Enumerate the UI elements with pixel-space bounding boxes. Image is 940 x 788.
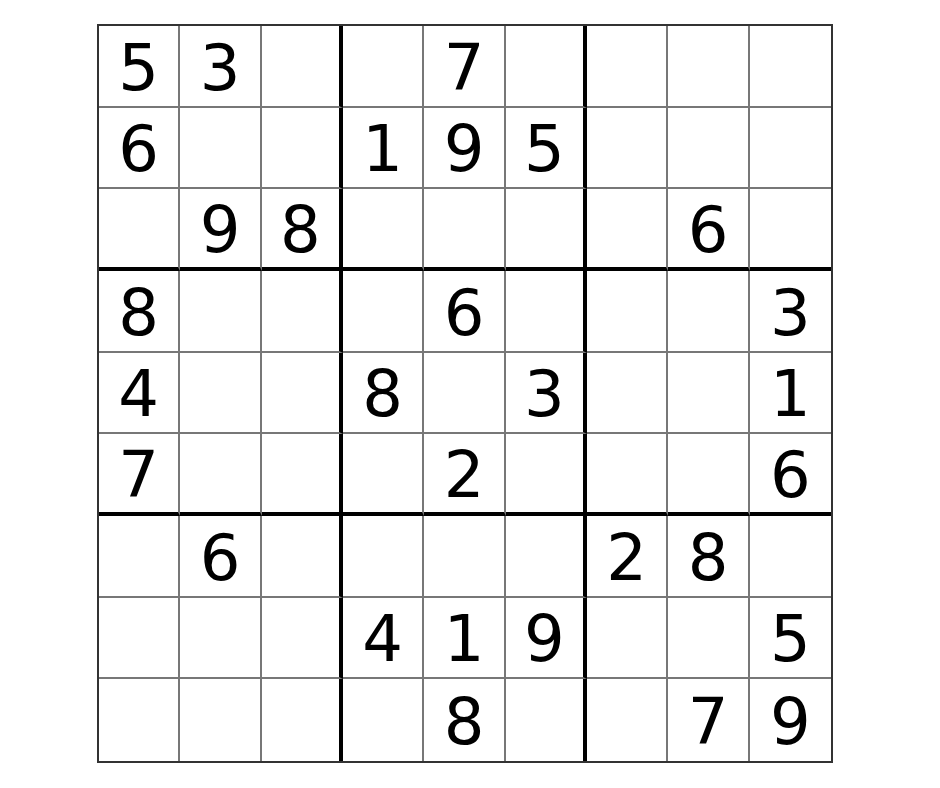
cell-r8c3-empty[interactable] [262,598,343,680]
cell-r2c8-empty[interactable] [668,108,749,190]
cell-r7c2-given-6[interactable]: 6 [180,516,261,598]
cell-r2c2-empty[interactable] [180,108,261,190]
cell-r9c4-empty[interactable] [343,679,424,761]
cell-r7c8-given-8[interactable]: 8 [668,516,749,598]
cell-r1c9-empty[interactable] [750,26,831,108]
cell-r9c6-empty[interactable] [506,679,587,761]
cell-r5c8-empty[interactable] [668,353,749,435]
cell-r3c7-empty[interactable] [587,189,668,271]
cell-r3c3-given-8[interactable]: 8 [262,189,343,271]
cell-r8c9-given-5[interactable]: 5 [750,598,831,680]
cell-r7c5-empty[interactable] [424,516,505,598]
cell-r6c3-empty[interactable] [262,434,343,516]
cell-r8c5-given-1[interactable]: 1 [424,598,505,680]
cell-r1c8-empty[interactable] [668,26,749,108]
cell-r6c1-given-7[interactable]: 7 [99,434,180,516]
cell-r8c7-empty[interactable] [587,598,668,680]
cell-r5c9-given-1[interactable]: 1 [750,353,831,435]
cell-r5c4-given-8[interactable]: 8 [343,353,424,435]
cell-r9c3-empty[interactable] [262,679,343,761]
cell-r1c5-given-7[interactable]: 7 [424,26,505,108]
cell-r7c3-empty[interactable] [262,516,343,598]
cell-r7c4-empty[interactable] [343,516,424,598]
cell-r9c9-given-9[interactable]: 9 [750,679,831,761]
cell-r1c3-empty[interactable] [262,26,343,108]
cell-r3c1-empty[interactable] [99,189,180,271]
cell-r3c4-empty[interactable] [343,189,424,271]
cell-r3c9-empty[interactable] [750,189,831,271]
cell-r8c6-given-9[interactable]: 9 [506,598,587,680]
cell-r3c2-given-9[interactable]: 9 [180,189,261,271]
cell-r4c3-empty[interactable] [262,271,343,353]
cell-r9c2-empty[interactable] [180,679,261,761]
cell-r5c3-empty[interactable] [262,353,343,435]
cell-r2c5-given-9[interactable]: 9 [424,108,505,190]
cell-r4c7-empty[interactable] [587,271,668,353]
cell-r7c1-empty[interactable] [99,516,180,598]
cell-r6c8-empty[interactable] [668,434,749,516]
cell-r2c6-given-5[interactable]: 5 [506,108,587,190]
cell-r9c7-empty[interactable] [587,679,668,761]
cell-r2c9-empty[interactable] [750,108,831,190]
cell-r7c7-given-2[interactable]: 2 [587,516,668,598]
cell-r5c5-empty[interactable] [424,353,505,435]
cell-r8c2-empty[interactable] [180,598,261,680]
cell-r4c4-empty[interactable] [343,271,424,353]
cell-r3c6-empty[interactable] [506,189,587,271]
cell-r6c5-given-2[interactable]: 2 [424,434,505,516]
cell-r9c8-given-7[interactable]: 7 [668,679,749,761]
cell-r7c9-empty[interactable] [750,516,831,598]
cell-r6c2-empty[interactable] [180,434,261,516]
cell-r9c1-empty[interactable] [99,679,180,761]
cell-r1c2-given-3[interactable]: 3 [180,26,261,108]
cell-r6c9-given-6[interactable]: 6 [750,434,831,516]
cell-r4c9-given-3[interactable]: 3 [750,271,831,353]
cell-r1c7-empty[interactable] [587,26,668,108]
cell-r6c6-empty[interactable] [506,434,587,516]
cell-r3c5-empty[interactable] [424,189,505,271]
cell-r7c6-empty[interactable] [506,516,587,598]
cell-r9c5-given-8[interactable]: 8 [424,679,505,761]
cell-r5c2-empty[interactable] [180,353,261,435]
cell-r1c1-given-5[interactable]: 5 [99,26,180,108]
cell-r8c1-empty[interactable] [99,598,180,680]
cell-r6c7-empty[interactable] [587,434,668,516]
cell-r5c7-empty[interactable] [587,353,668,435]
cell-r2c3-empty[interactable] [262,108,343,190]
cell-r4c8-empty[interactable] [668,271,749,353]
cell-r4c6-empty[interactable] [506,271,587,353]
cell-r5c6-given-3[interactable]: 3 [506,353,587,435]
cell-r2c1-given-6[interactable]: 6 [99,108,180,190]
cell-r2c7-empty[interactable] [587,108,668,190]
cell-r2c4-given-1[interactable]: 1 [343,108,424,190]
cell-r1c4-empty[interactable] [343,26,424,108]
cell-r5c1-given-4[interactable]: 4 [99,353,180,435]
cell-r8c4-given-4[interactable]: 4 [343,598,424,680]
cell-r4c1-given-8[interactable]: 8 [99,271,180,353]
cell-r3c8-given-6[interactable]: 6 [668,189,749,271]
sudoku-board: 537619598686348317266284195879 [97,24,833,763]
cell-r8c8-empty[interactable] [668,598,749,680]
cell-r1c6-empty[interactable] [506,26,587,108]
cell-r6c4-empty[interactable] [343,434,424,516]
cell-r4c5-given-6[interactable]: 6 [424,271,505,353]
cell-r4c2-empty[interactable] [180,271,261,353]
